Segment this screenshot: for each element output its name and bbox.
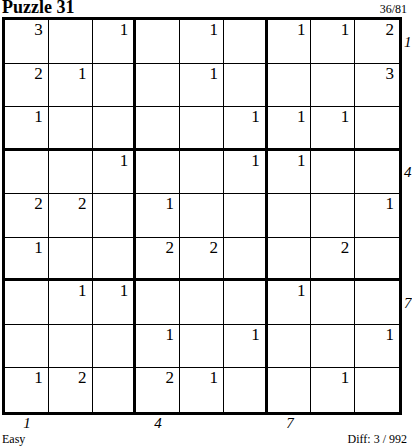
cell-r5c3[interactable] [93, 194, 137, 238]
cell-r7c6[interactable] [224, 281, 268, 325]
cell-r8c7[interactable] [268, 325, 312, 369]
col-label-7: 7 [286, 416, 294, 431]
cell-r3c3[interactable] [93, 107, 137, 151]
cell-r1c7[interactable]: 1 [268, 20, 312, 64]
row-label-1: 1 [404, 35, 412, 50]
cell-r6c9[interactable] [355, 238, 399, 282]
cell-r9c4[interactable]: 2 [136, 368, 180, 412]
difficulty-label: Easy [2, 433, 25, 446]
cell-r3c2[interactable] [49, 107, 93, 151]
cell-r2c8[interactable] [311, 64, 355, 108]
col-label-4: 4 [154, 416, 162, 431]
cell-r3c5[interactable] [180, 107, 224, 151]
cell-r6c8[interactable]: 2 [311, 238, 355, 282]
cell-r5c4[interactable]: 1 [136, 194, 180, 238]
cell-r7c5[interactable] [180, 281, 224, 325]
cell-r2c6[interactable] [224, 64, 268, 108]
cell-r3c4[interactable] [136, 107, 180, 151]
cell-r2c3[interactable] [93, 64, 137, 108]
cell-r7c3[interactable]: 1 [93, 281, 137, 325]
cell-r7c8[interactable] [311, 281, 355, 325]
cell-r2c4[interactable] [136, 64, 180, 108]
cell-r8c9[interactable]: 1 [355, 325, 399, 369]
cell-r3c8[interactable]: 1 [311, 107, 355, 151]
cell-r8c8[interactable] [311, 325, 355, 369]
cell-r9c5[interactable]: 1 [180, 368, 224, 412]
cell-r8c5[interactable] [180, 325, 224, 369]
cell-r2c7[interactable] [268, 64, 312, 108]
cell-r6c3[interactable] [93, 238, 137, 282]
cell-r6c6[interactable] [224, 238, 268, 282]
cell-r7c4[interactable] [136, 281, 180, 325]
row-label-7: 7 [404, 296, 412, 311]
page-title: Puzzle 31 [2, 0, 74, 16]
cell-r3c6[interactable]: 1 [224, 107, 268, 151]
cell-r9c7[interactable] [268, 368, 312, 412]
cell-r8c1[interactable] [5, 325, 49, 369]
cell-r8c6[interactable]: 1 [224, 325, 268, 369]
cell-r4c3[interactable]: 1 [93, 151, 137, 195]
cell-r6c2[interactable] [49, 238, 93, 282]
cell-r4c2[interactable] [49, 151, 93, 195]
cell-r6c5[interactable]: 2 [180, 238, 224, 282]
cell-r1c8[interactable]: 1 [311, 20, 355, 64]
cell-r9c1[interactable]: 1 [5, 368, 49, 412]
cell-r5c7[interactable] [268, 194, 312, 238]
cell-r1c3[interactable]: 1 [93, 20, 137, 64]
cell-r9c6[interactable] [224, 368, 268, 412]
cell-r1c9[interactable]: 2 [355, 20, 399, 64]
cell-r4c1[interactable] [5, 151, 49, 195]
cell-r3c1[interactable]: 1 [5, 107, 49, 151]
cell-r4c8[interactable] [311, 151, 355, 195]
puzzle-page: Puzzle 31 36/81 311112211311111112211122… [0, 0, 412, 446]
cell-r8c2[interactable] [49, 325, 93, 369]
givens-counter: 36/81 [380, 3, 407, 15]
cell-r5c8[interactable] [311, 194, 355, 238]
cell-r3c7[interactable]: 1 [268, 107, 312, 151]
cell-r1c6[interactable] [224, 20, 268, 64]
cell-r8c3[interactable] [93, 325, 137, 369]
cell-r3c9[interactable] [355, 107, 399, 151]
cell-r9c2[interactable]: 2 [49, 368, 93, 412]
cell-r5c1[interactable]: 2 [5, 194, 49, 238]
cell-r4c9[interactable] [355, 151, 399, 195]
cell-r5c6[interactable] [224, 194, 268, 238]
cell-r6c7[interactable] [268, 238, 312, 282]
cell-r2c1[interactable]: 2 [5, 64, 49, 108]
cell-r5c5[interactable] [180, 194, 224, 238]
cell-r6c4[interactable]: 2 [136, 238, 180, 282]
cell-r1c1[interactable]: 3 [5, 20, 49, 64]
cell-r7c1[interactable] [5, 281, 49, 325]
diff-stat: Diff: 3 / 992 [348, 433, 407, 446]
cell-r2c2[interactable]: 1 [49, 64, 93, 108]
cell-r9c9[interactable] [355, 368, 399, 412]
cell-r5c9[interactable]: 1 [355, 194, 399, 238]
cell-r7c2[interactable]: 1 [49, 281, 93, 325]
cell-r2c5[interactable]: 1 [180, 64, 224, 108]
cell-r4c5[interactable] [180, 151, 224, 195]
cell-r5c2[interactable]: 2 [49, 194, 93, 238]
cell-r6c1[interactable]: 1 [5, 238, 49, 282]
cell-r9c3[interactable] [93, 368, 137, 412]
cell-r1c4[interactable] [136, 20, 180, 64]
cell-r4c7[interactable]: 1 [268, 151, 312, 195]
cell-r1c2[interactable] [49, 20, 93, 64]
cell-r8c4[interactable]: 1 [136, 325, 180, 369]
cell-r1c5[interactable]: 1 [180, 20, 224, 64]
cell-r9c8[interactable]: 1 [311, 368, 355, 412]
cell-r2c9[interactable]: 3 [355, 64, 399, 108]
cell-r7c7[interactable]: 1 [268, 281, 312, 325]
cell-r7c9[interactable] [355, 281, 399, 325]
puzzle-board: 311112211311111112211122211111112211 [2, 17, 402, 415]
row-label-4: 4 [404, 165, 412, 180]
cell-r4c4[interactable] [136, 151, 180, 195]
cell-r4c6[interactable]: 1 [224, 151, 268, 195]
col-label-1: 1 [23, 416, 31, 431]
